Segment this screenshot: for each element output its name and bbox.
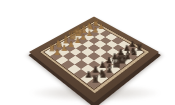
perspective-scene: ♜♞♝♛♚♝♞♜♟♟♟♟♟♟♟♟♟♟♟♟♟♟♟♟♜♞♝♛♚♝♞♜	[0, 0, 175, 105]
product-photo-canvas: ♜♞♝♛♚♝♞♜♟♟♟♟♟♟♟♟♟♟♟♟♟♟♟♟♜♞♝♛♚♝♞♜	[0, 0, 175, 105]
chess-board: ♜♞♝♛♚♝♞♜♟♟♟♟♟♟♟♟♟♟♟♟♟♟♟♟♜♞♝♛♚♝♞♜	[29, 17, 159, 103]
